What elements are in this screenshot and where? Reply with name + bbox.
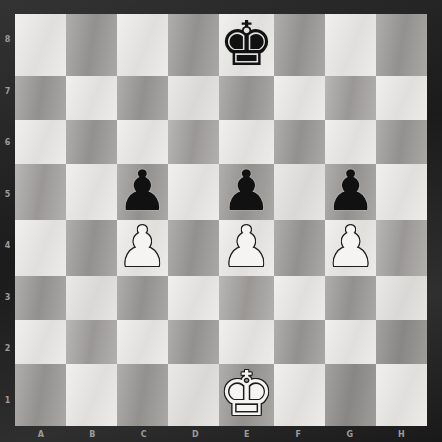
square-d6[interactable]: [168, 120, 219, 164]
rank-label-6: 6: [0, 117, 15, 169]
square-f1[interactable]: [274, 364, 325, 426]
square-f8[interactable]: [274, 14, 325, 76]
square-a4[interactable]: [15, 220, 66, 276]
chess-diagram: 87654321 ABCDEFGH ♚♟♟♟♟♟♟♚: [0, 0, 442, 442]
square-b2[interactable]: [66, 320, 117, 364]
square-a8[interactable]: [15, 14, 66, 76]
piece-black-pawn-c5[interactable]: ♟: [117, 163, 167, 219]
square-h4[interactable]: [376, 220, 427, 276]
square-h2[interactable]: [376, 320, 427, 364]
piece-white-king-e1[interactable]: ♚: [219, 363, 275, 425]
chess-board: ♚♟♟♟♟♟♟♚: [15, 14, 427, 426]
square-a1[interactable]: [15, 364, 66, 426]
square-e1[interactable]: ♚: [219, 364, 275, 426]
file-label-b: B: [67, 427, 119, 442]
square-d7[interactable]: [168, 76, 219, 120]
square-b4[interactable]: [66, 220, 117, 276]
rank-labels: 87654321: [0, 14, 15, 426]
square-g1[interactable]: [325, 364, 376, 426]
rank-label-7: 7: [0, 66, 15, 118]
square-c3[interactable]: [117, 276, 168, 320]
rank-label-5: 5: [0, 169, 15, 221]
square-c4[interactable]: ♟: [117, 220, 168, 276]
file-label-f: F: [273, 427, 325, 442]
rank-label-4: 4: [0, 220, 15, 272]
square-d3[interactable]: [168, 276, 219, 320]
square-h3[interactable]: [376, 276, 427, 320]
square-f6[interactable]: [274, 120, 325, 164]
square-h5[interactable]: [376, 164, 427, 220]
piece-white-pawn-g4[interactable]: ♟: [326, 219, 376, 275]
square-b1[interactable]: [66, 364, 117, 426]
file-label-h: H: [376, 427, 428, 442]
square-h7[interactable]: [376, 76, 427, 120]
square-e7[interactable]: [219, 76, 275, 120]
piece-white-pawn-e4[interactable]: ♟: [221, 219, 271, 275]
rank-label-2: 2: [0, 323, 15, 375]
square-b6[interactable]: [66, 120, 117, 164]
square-a5[interactable]: [15, 164, 66, 220]
square-e3[interactable]: [219, 276, 275, 320]
square-g7[interactable]: [325, 76, 376, 120]
piece-black-pawn-g5[interactable]: ♟: [326, 163, 376, 219]
file-label-a: A: [15, 427, 67, 442]
square-a3[interactable]: [15, 276, 66, 320]
piece-black-king-e8[interactable]: ♚: [219, 13, 275, 75]
square-d1[interactable]: [168, 364, 219, 426]
square-g5[interactable]: ♟: [325, 164, 376, 220]
rank-label-3: 3: [0, 272, 15, 324]
square-c7[interactable]: [117, 76, 168, 120]
square-d5[interactable]: [168, 164, 219, 220]
square-a6[interactable]: [15, 120, 66, 164]
square-f5[interactable]: [274, 164, 325, 220]
square-f3[interactable]: [274, 276, 325, 320]
square-b8[interactable]: [66, 14, 117, 76]
square-g4[interactable]: ♟: [325, 220, 376, 276]
square-e4[interactable]: ♟: [219, 220, 275, 276]
square-b3[interactable]: [66, 276, 117, 320]
square-b7[interactable]: [66, 76, 117, 120]
square-f4[interactable]: [274, 220, 325, 276]
piece-white-pawn-c4[interactable]: ♟: [117, 219, 167, 275]
square-c8[interactable]: [117, 14, 168, 76]
square-a7[interactable]: [15, 76, 66, 120]
square-g2[interactable]: [325, 320, 376, 364]
square-d8[interactable]: [168, 14, 219, 76]
rank-label-1: 1: [0, 375, 15, 427]
piece-black-pawn-e5[interactable]: ♟: [221, 163, 271, 219]
file-label-d: D: [170, 427, 222, 442]
file-label-c: C: [118, 427, 170, 442]
square-c5[interactable]: ♟: [117, 164, 168, 220]
square-h1[interactable]: [376, 364, 427, 426]
file-label-g: G: [324, 427, 376, 442]
square-d4[interactable]: [168, 220, 219, 276]
square-h8[interactable]: [376, 14, 427, 76]
square-d2[interactable]: [168, 320, 219, 364]
square-b5[interactable]: [66, 164, 117, 220]
square-g3[interactable]: [325, 276, 376, 320]
square-g8[interactable]: [325, 14, 376, 76]
rank-label-8: 8: [0, 14, 15, 66]
square-f7[interactable]: [274, 76, 325, 120]
square-f2[interactable]: [274, 320, 325, 364]
square-h6[interactable]: [376, 120, 427, 164]
square-e8[interactable]: ♚: [219, 14, 275, 76]
square-e5[interactable]: ♟: [219, 164, 275, 220]
square-a2[interactable]: [15, 320, 66, 364]
square-c1[interactable]: [117, 364, 168, 426]
square-c2[interactable]: [117, 320, 168, 364]
